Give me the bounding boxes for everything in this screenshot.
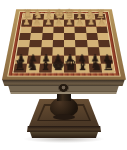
black-knight[interactable]: ♞ xyxy=(89,59,102,72)
black-bishop[interactable]: ♝ xyxy=(38,59,51,72)
square-a4[interactable] xyxy=(96,33,108,40)
square-d8[interactable]: ♛ xyxy=(64,64,77,73)
white-pawn[interactable]: ♟ xyxy=(96,18,107,27)
square-a2[interactable]: ♟ xyxy=(95,20,106,26)
square-h4[interactable] xyxy=(19,33,31,40)
base-step xyxy=(30,132,98,138)
square-f8[interactable]: ♝ xyxy=(38,64,51,73)
square-e3[interactable] xyxy=(53,26,64,33)
board-grid: ♜♞♝♚♛♝♞♜♟♟♟♟♟♟♟♟♟♟♟♟♟♟♟♟♜♞♝♚♛♝♞♜ xyxy=(12,13,115,73)
square-a3[interactable] xyxy=(96,26,108,33)
square-e5[interactable] xyxy=(52,40,64,47)
square-a8[interactable]: ♜ xyxy=(100,64,114,73)
square-h3[interactable] xyxy=(20,26,32,33)
square-d4[interactable] xyxy=(64,33,75,40)
chess-table-photo: ♜♞♝♚♛♝♞♜♟♟♟♟♟♟♟♟♟♟♟♟♟♟♟♟♜♞♝♚♛♝♞♜ xyxy=(0,0,127,150)
pedestal-foot xyxy=(53,114,75,120)
square-c3[interactable] xyxy=(74,26,85,33)
square-g5[interactable] xyxy=(29,40,41,47)
square-d2[interactable]: ♟ xyxy=(64,20,75,26)
square-g2[interactable]: ♟ xyxy=(31,20,42,26)
square-a5[interactable] xyxy=(97,40,109,47)
black-rook[interactable]: ♜ xyxy=(13,59,26,72)
square-f5[interactable] xyxy=(40,40,52,47)
base-molding xyxy=(27,126,101,132)
square-b8[interactable]: ♞ xyxy=(88,64,101,73)
square-b4[interactable] xyxy=(85,33,97,40)
square-h5[interactable] xyxy=(17,40,29,47)
white-pawn[interactable]: ♟ xyxy=(21,18,32,27)
square-g8[interactable]: ♞ xyxy=(26,64,39,73)
square-e8[interactable]: ♚ xyxy=(51,64,64,73)
square-f3[interactable] xyxy=(42,26,53,33)
square-h8[interactable]: ♜ xyxy=(13,64,27,73)
black-bishop[interactable]: ♝ xyxy=(76,59,89,72)
white-pawn[interactable]: ♟ xyxy=(64,18,75,27)
black-queen[interactable]: ♛ xyxy=(64,58,77,73)
square-f2[interactable]: ♟ xyxy=(42,20,53,26)
square-e2[interactable]: ♟ xyxy=(53,20,64,26)
square-f4[interactable] xyxy=(41,33,53,40)
square-b3[interactable] xyxy=(85,26,97,33)
square-c8[interactable]: ♝ xyxy=(76,64,89,73)
square-d5[interactable] xyxy=(64,40,76,47)
square-c4[interactable] xyxy=(74,33,86,40)
square-e4[interactable] xyxy=(52,33,63,40)
square-c5[interactable] xyxy=(75,40,87,47)
board-frame: ♜♞♝♚♛♝♞♜♟♟♟♟♟♟♟♟♟♟♟♟♟♟♟♟♜♞♝♚♛♝♞♜ xyxy=(1,9,125,80)
square-g3[interactable] xyxy=(31,26,43,33)
chessboard: ♜♞♝♚♛♝♞♜♟♟♟♟♟♟♟♟♟♟♟♟♟♟♟♟♜♞♝♚♛♝♞♜ xyxy=(1,9,125,80)
white-pawn[interactable]: ♟ xyxy=(42,18,53,27)
black-knight[interactable]: ♞ xyxy=(26,59,39,72)
black-king[interactable]: ♚ xyxy=(51,58,64,73)
white-pawn[interactable]: ♟ xyxy=(31,18,42,27)
square-d3[interactable] xyxy=(64,26,75,33)
white-pawn[interactable]: ♟ xyxy=(53,18,64,27)
square-b2[interactable]: ♟ xyxy=(84,20,95,26)
white-pawn[interactable]: ♟ xyxy=(74,18,85,27)
white-pawn[interactable]: ♟ xyxy=(85,18,96,27)
square-h2[interactable]: ♟ xyxy=(21,20,32,26)
drawer-knob[interactable] xyxy=(58,84,69,92)
square-g4[interactable] xyxy=(30,33,42,40)
inlay-border: ♜♞♝♚♛♝♞♜♟♟♟♟♟♟♟♟♟♟♟♟♟♟♟♟♜♞♝♚♛♝♞♜ xyxy=(7,11,121,76)
black-rook[interactable]: ♜ xyxy=(101,59,114,72)
square-c2[interactable]: ♟ xyxy=(74,20,85,26)
square-b5[interactable] xyxy=(86,40,98,47)
